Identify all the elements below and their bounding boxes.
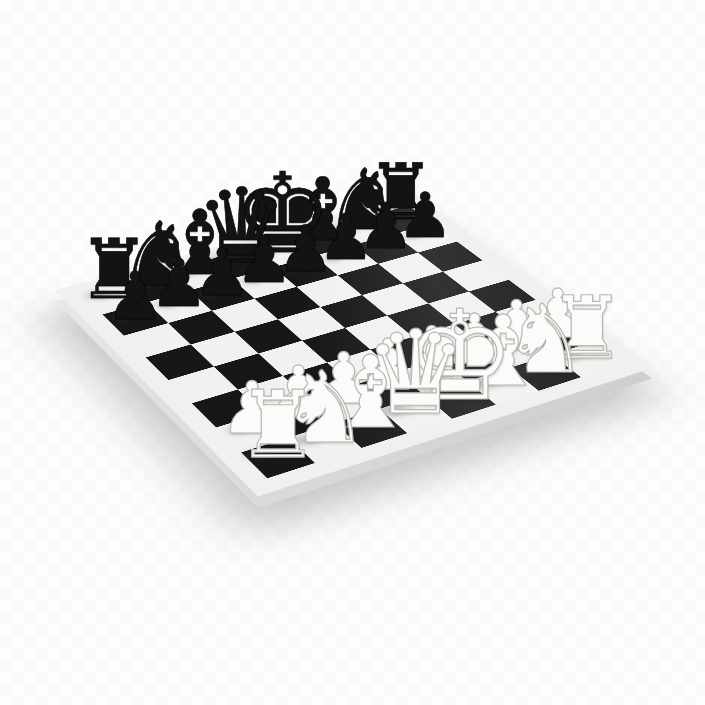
piece-white-rook-a1: ♜ xyxy=(236,379,319,472)
chess-set-render: ♜♞♝♛♚♝♞♜♟♟♟♟♟♟♟♟♟♟♟♟♟♟♟♟♜♞♝♛♚♝♞♜ xyxy=(0,0,705,705)
piece-black-pawn-a7: ♟ xyxy=(106,262,166,328)
